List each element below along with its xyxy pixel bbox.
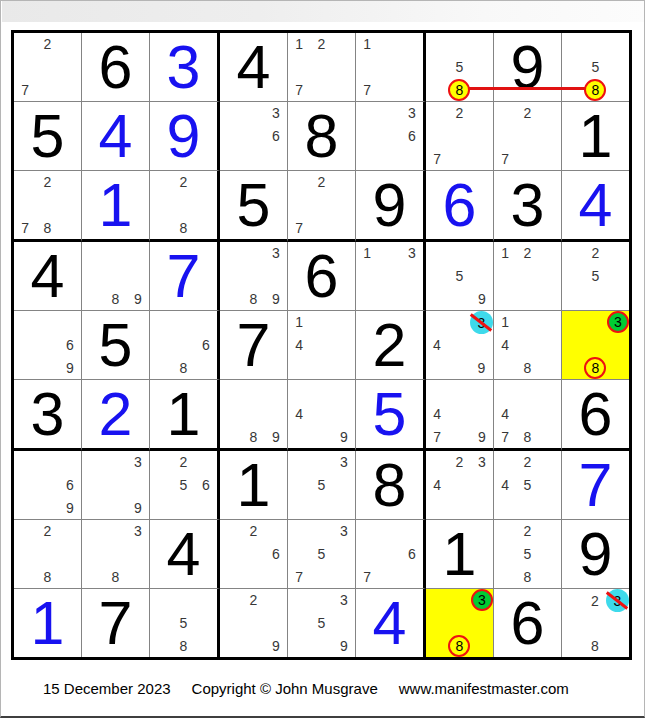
given-digit: 1 <box>579 106 613 167</box>
candidate-7: 7 <box>426 425 448 448</box>
cell-r3c4[interactable]: 5 <box>220 171 288 242</box>
candidate-8: 8 <box>242 287 264 310</box>
solved-digit: 9 <box>167 106 201 167</box>
candidate-3: 3 <box>265 102 287 125</box>
pencil-marks: 278 <box>14 171 81 239</box>
candidate-1: 1 <box>494 311 516 334</box>
candidate-9: 9 <box>333 425 355 448</box>
candidate-9: 9 <box>59 356 81 379</box>
candidate-3-cx: 3 <box>470 311 493 334</box>
candidate-4: 4 <box>426 403 448 426</box>
pencil-marks: 28 <box>150 171 217 239</box>
given-digit: 1 <box>443 524 477 585</box>
candidate-4: 4 <box>426 334 448 357</box>
candidate-5: 5 <box>516 474 538 497</box>
cell-r2c5[interactable]: 8 <box>288 102 356 171</box>
cell-r8c9[interactable]: 9 <box>562 520 629 589</box>
candidate-4: 4 <box>494 403 516 426</box>
cell-r7c4[interactable]: 1 <box>220 451 288 520</box>
cell-r3c9[interactable]: 4 <box>562 171 629 242</box>
pencil-marks: 27 <box>288 171 355 239</box>
cell-r3c5[interactable]: 27 <box>288 171 356 242</box>
footer: 15 December 2023 Copyright © John Musgra… <box>43 680 569 697</box>
cell-r6c2[interactable]: 2 <box>82 380 150 451</box>
cell-r8c3[interactable]: 4 <box>150 520 220 589</box>
given-digit: 3 <box>31 384 65 445</box>
cell-r6c4[interactable]: 89 <box>220 380 288 451</box>
pencil-marks: 14 <box>288 311 355 379</box>
candidate-3-gc: 3 <box>471 589 493 611</box>
cell-r4c1[interactable]: 4 <box>14 242 82 311</box>
candidate-3: 3 <box>333 520 355 543</box>
candidate-8-rc: 8 <box>448 635 470 657</box>
pencil-marks: 26 <box>220 520 287 588</box>
candidate-8: 8 <box>36 565 58 588</box>
cell-r2c7[interactable]: 27 <box>426 102 494 171</box>
candidate-8-rc: 8 <box>584 357 606 379</box>
footer-copyright: Copyright © John Musgrave <box>192 680 378 697</box>
cell-r5c2[interactable]: 5 <box>82 311 150 380</box>
given-digit: 5 <box>99 315 133 376</box>
cell-r9c1[interactable]: 1 <box>14 589 82 657</box>
candidate-8: 8 <box>104 287 126 310</box>
candidate-3-cx: 3 <box>606 589 629 612</box>
candidate-8: 8 <box>242 425 264 448</box>
candidate-4: 4 <box>494 474 516 497</box>
candidate-7: 7 <box>494 147 516 170</box>
candidate-6: 6 <box>401 543 423 566</box>
pencil-marks: 35 <box>288 451 355 519</box>
candidate-3: 3 <box>333 589 355 612</box>
cell-r5c1[interactable]: 69 <box>14 311 82 380</box>
candidate-9: 9 <box>59 496 81 519</box>
cell-r1c3[interactable]: 3 <box>150 33 220 102</box>
candidate-4: 4 <box>288 334 310 357</box>
candidate-9: 9 <box>127 496 149 519</box>
cell-r3c1[interactable]: 278 <box>14 171 82 242</box>
cell-r5c3[interactable]: 68 <box>150 311 220 380</box>
cell-r6c1[interactable]: 3 <box>14 380 82 451</box>
pencil-marks: 28 <box>14 520 81 588</box>
candidate-5: 5 <box>448 56 470 79</box>
given-digit: 3 <box>511 175 545 236</box>
cell-r5c4[interactable]: 7 <box>220 311 288 380</box>
candidate-9: 9 <box>265 425 287 448</box>
candidate-1: 1 <box>494 242 516 265</box>
cell-r4c2[interactable]: 89 <box>82 242 150 311</box>
cell-r1c7[interactable]: 58 <box>426 33 494 102</box>
given-digit: 4 <box>31 246 65 307</box>
cell-r6c7[interactable]: 479 <box>426 380 494 451</box>
candidate-7: 7 <box>288 216 310 239</box>
pencil-marks: 58 <box>150 589 217 657</box>
pencil-marks: 478 <box>494 380 561 448</box>
candidate-8: 8 <box>516 356 538 379</box>
given-digit: 8 <box>305 106 339 167</box>
candidate-5: 5 <box>448 265 470 288</box>
candidate-1: 1 <box>288 33 310 56</box>
cell-r7c1[interactable]: 69 <box>14 451 82 520</box>
candidate-2: 2 <box>584 589 606 612</box>
pencil-marks: 25 <box>562 242 629 310</box>
solved-digit: 7 <box>579 455 613 516</box>
pencil-marks: 38 <box>82 520 149 588</box>
cell-r9c9[interactable]: 238 <box>562 589 629 657</box>
candidate-8: 8 <box>516 565 538 588</box>
cell-r2c8[interactable]: 27 <box>494 102 562 171</box>
cell-r4c7[interactable]: 59 <box>426 242 494 311</box>
cell-r8c7[interactable]: 1 <box>426 520 494 589</box>
pencil-marks: 258 <box>494 520 561 588</box>
pencil-marks: 27 <box>14 33 81 101</box>
candidate-2: 2 <box>172 451 194 474</box>
cell-r2c4[interactable]: 36 <box>220 102 288 171</box>
cell-r1c5[interactable]: 127 <box>288 33 356 102</box>
candidate-2: 2 <box>242 589 264 612</box>
cell-r2c1[interactable]: 5 <box>14 102 82 171</box>
candidate-9: 9 <box>471 425 493 448</box>
cell-r3c3[interactable]: 28 <box>150 171 220 242</box>
pencil-marks: 245 <box>494 451 561 519</box>
cell-r1c4[interactable]: 4 <box>220 33 288 102</box>
pencil-marks: 234 <box>426 451 493 519</box>
cell-r7c2[interactable]: 39 <box>82 451 150 520</box>
cell-r7c6[interactable]: 8 <box>356 451 426 520</box>
candidate-3: 3 <box>127 451 149 474</box>
given-digit: 2 <box>373 315 407 376</box>
cell-r9c8[interactable]: 6 <box>494 589 562 657</box>
cell-r9c3[interactable]: 58 <box>150 589 220 657</box>
pencil-marks: 238 <box>562 589 629 657</box>
candidate-6: 6 <box>265 543 287 566</box>
pencil-marks: 359 <box>288 589 355 657</box>
candidate-3-gc: 3 <box>607 311 629 333</box>
given-digit: 4 <box>167 524 201 585</box>
sudoku-board: 2763412717589585493683627271278128527963… <box>11 30 632 660</box>
solved-digit: 6 <box>443 175 477 236</box>
cell-r4c8[interactable]: 12 <box>494 242 562 311</box>
candidate-9: 9 <box>265 287 287 310</box>
cell-r9c6[interactable]: 4 <box>356 589 426 657</box>
pencil-marks: 38 <box>562 311 629 379</box>
candidate-7: 7 <box>356 565 378 588</box>
candidate-3: 3 <box>401 242 423 265</box>
candidate-5: 5 <box>310 543 332 566</box>
cell-r1c1[interactable]: 27 <box>14 33 82 102</box>
given-digit: 6 <box>99 37 133 98</box>
pencil-marks: 58 <box>562 33 629 101</box>
candidate-3: 3 <box>265 242 287 265</box>
pencil-marks: 69 <box>14 451 81 519</box>
pencil-marks: 27 <box>426 102 493 170</box>
cell-r4c6[interactable]: 13 <box>356 242 426 311</box>
cell-r1c8[interactable]: 9 <box>494 33 562 102</box>
solved-digit: 4 <box>99 106 133 167</box>
candidate-6: 6 <box>59 474 81 497</box>
footer-website: www.manifestmaster.com <box>399 680 569 697</box>
pencil-marks: 357 <box>288 520 355 588</box>
page: { "game": "sudoku", "position": { "grid"… <box>0 0 650 720</box>
cell-r8c8[interactable]: 258 <box>494 520 562 589</box>
candidate-2: 2 <box>36 520 58 543</box>
cell-r8c6[interactable]: 67 <box>356 520 426 589</box>
candidate-5: 5 <box>172 474 194 497</box>
pencil-marks: 36 <box>220 102 287 170</box>
chain-link-line <box>459 87 596 90</box>
cell-r4c4[interactable]: 389 <box>220 242 288 311</box>
candidate-8: 8 <box>172 216 194 239</box>
candidate-4: 4 <box>288 403 310 426</box>
candidate-2: 2 <box>448 102 470 125</box>
candidate-8-yc: 8 <box>448 79 470 101</box>
pencil-marks: 127 <box>288 33 355 101</box>
cell-r8c1[interactable]: 28 <box>14 520 82 589</box>
pencil-marks: 13 <box>356 242 423 310</box>
candidate-8: 8 <box>172 356 194 379</box>
cell-r3c2[interactable]: 1 <box>82 171 150 242</box>
candidate-5: 5 <box>310 474 332 497</box>
cell-r6c8[interactable]: 478 <box>494 380 562 451</box>
pencil-marks: 49 <box>288 380 355 448</box>
candidate-7: 7 <box>14 216 36 239</box>
cell-r9c2[interactable]: 7 <box>82 589 150 657</box>
given-digit: 7 <box>237 315 271 376</box>
given-digit: 7 <box>99 593 133 654</box>
cell-r9c4[interactable]: 29 <box>220 589 288 657</box>
pencil-marks: 38 <box>426 589 493 657</box>
candidate-3: 3 <box>127 520 149 543</box>
candidate-2: 2 <box>36 33 58 56</box>
pencil-marks: 36 <box>356 102 423 170</box>
cell-r9c7[interactable]: 38 <box>426 589 494 657</box>
pencil-marks: 27 <box>494 102 561 170</box>
pencil-marks: 349 <box>426 311 493 379</box>
candidate-9: 9 <box>127 287 149 310</box>
cell-r6c3[interactable]: 1 <box>150 380 220 451</box>
candidate-5: 5 <box>516 543 538 566</box>
cell-r7c5[interactable]: 35 <box>288 451 356 520</box>
candidate-8: 8 <box>516 425 538 448</box>
cell-r7c7[interactable]: 234 <box>426 451 494 520</box>
pencil-marks: 68 <box>150 311 217 379</box>
candidate-8: 8 <box>584 635 606 658</box>
pencil-marks: 12 <box>494 242 561 310</box>
candidate-8: 8 <box>172 634 194 657</box>
cell-r5c8[interactable]: 148 <box>494 311 562 380</box>
candidate-5: 5 <box>584 56 606 79</box>
pencil-marks: 67 <box>356 520 423 588</box>
candidate-2: 2 <box>242 520 264 543</box>
solved-digit: 7 <box>167 246 201 307</box>
candidate-7: 7 <box>14 78 36 101</box>
cell-r4c3[interactable]: 7 <box>150 242 220 311</box>
pencil-marks: 17 <box>356 33 423 101</box>
candidate-4: 4 <box>494 334 516 357</box>
cell-r1c2[interactable]: 6 <box>82 33 150 102</box>
candidate-1: 1 <box>288 311 310 334</box>
cell-r4c9[interactable]: 25 <box>562 242 629 311</box>
pencil-marks: 58 <box>426 33 493 101</box>
pencil-marks: 389 <box>220 242 287 310</box>
candidate-9: 9 <box>265 634 287 657</box>
candidate-7: 7 <box>356 78 378 101</box>
cell-r2c3[interactable]: 9 <box>150 102 220 171</box>
cell-r4c5[interactable]: 6 <box>288 242 356 311</box>
given-digit: 1 <box>167 384 201 445</box>
candidate-2: 2 <box>516 451 538 474</box>
cell-r3c6[interactable]: 9 <box>356 171 426 242</box>
pencil-marks: 479 <box>426 380 493 448</box>
top-bar <box>2 1 644 22</box>
candidate-2: 2 <box>448 451 470 474</box>
pencil-marks: 39 <box>82 451 149 519</box>
solved-digit: 1 <box>99 175 133 236</box>
cell-r1c9[interactable]: 58 <box>562 33 629 102</box>
solved-digit: 5 <box>373 384 407 445</box>
given-digit: 1 <box>237 455 271 516</box>
solved-digit: 4 <box>373 593 407 654</box>
candidate-2: 2 <box>310 33 332 56</box>
pencil-marks: 69 <box>14 311 81 379</box>
candidate-2: 2 <box>310 171 332 194</box>
candidate-2: 2 <box>516 520 538 543</box>
cell-r5c6[interactable]: 2 <box>356 311 426 380</box>
cell-r3c7[interactable]: 6 <box>426 171 494 242</box>
candidate-7: 7 <box>426 147 448 170</box>
given-digit: 5 <box>237 175 271 236</box>
cell-r6c9[interactable]: 6 <box>562 380 629 451</box>
cell-r9c5[interactable]: 359 <box>288 589 356 657</box>
given-digit: 6 <box>305 246 339 307</box>
candidate-7: 7 <box>288 565 310 588</box>
candidate-9: 9 <box>471 287 493 310</box>
candidate-2: 2 <box>172 171 194 194</box>
cell-r1c6[interactable]: 17 <box>356 33 426 102</box>
cell-r7c3[interactable]: 256 <box>150 451 220 520</box>
candidate-5: 5 <box>584 265 606 288</box>
candidate-6: 6 <box>265 125 287 148</box>
candidate-2: 2 <box>516 242 538 265</box>
cell-r7c9[interactable]: 7 <box>562 451 629 520</box>
given-digit: 6 <box>511 593 545 654</box>
cell-r5c5[interactable]: 14 <box>288 311 356 380</box>
cell-r5c9[interactable]: 38 <box>562 311 629 380</box>
candidate-8-yc: 8 <box>584 79 606 101</box>
candidate-8: 8 <box>104 565 126 588</box>
candidate-6: 6 <box>195 334 217 357</box>
pencil-marks: 89 <box>82 242 149 310</box>
pencil-marks: 148 <box>494 311 561 379</box>
cell-r3c8[interactable]: 3 <box>494 171 562 242</box>
candidate-1: 1 <box>356 33 378 56</box>
solved-digit: 2 <box>99 384 133 445</box>
candidate-6: 6 <box>401 125 423 148</box>
given-digit: 8 <box>373 455 407 516</box>
cell-r2c2[interactable]: 4 <box>82 102 150 171</box>
pencil-marks: 256 <box>150 451 217 519</box>
candidate-7: 7 <box>494 425 516 448</box>
given-digit: 9 <box>373 175 407 236</box>
pencil-marks: 89 <box>220 380 287 448</box>
given-digit: 4 <box>237 37 271 98</box>
candidate-2: 2 <box>36 171 58 194</box>
candidate-9: 9 <box>333 634 355 657</box>
candidate-3: 3 <box>333 451 355 474</box>
candidate-7: 7 <box>288 78 310 101</box>
candidate-3: 3 <box>401 102 423 125</box>
cell-r7c8[interactable]: 245 <box>494 451 562 520</box>
cell-r6c6[interactable]: 5 <box>356 380 426 451</box>
cell-r8c4[interactable]: 26 <box>220 520 288 589</box>
cell-r2c9[interactable]: 1 <box>562 102 629 171</box>
candidate-3: 3 <box>471 451 493 474</box>
candidate-5: 5 <box>172 612 194 635</box>
pencil-marks: 29 <box>220 589 287 657</box>
candidate-8: 8 <box>36 216 58 239</box>
cell-r8c2[interactable]: 38 <box>82 520 150 589</box>
candidate-2: 2 <box>584 242 606 265</box>
candidate-9: 9 <box>470 357 493 380</box>
cell-r2c6[interactable]: 36 <box>356 102 426 171</box>
given-digit: 9 <box>579 524 613 585</box>
given-digit: 6 <box>579 384 613 445</box>
cell-r8c5[interactable]: 357 <box>288 520 356 589</box>
candidate-4: 4 <box>426 474 448 497</box>
candidate-2: 2 <box>516 102 538 125</box>
cell-r6c5[interactable]: 49 <box>288 380 356 451</box>
candidate-1: 1 <box>356 242 378 265</box>
pencil-marks: 59 <box>426 242 493 310</box>
candidate-6: 6 <box>59 334 81 357</box>
given-digit: 5 <box>31 106 65 167</box>
solved-digit: 1 <box>31 593 65 654</box>
solved-digit: 3 <box>167 37 201 98</box>
candidate-6: 6 <box>195 474 217 497</box>
solved-digit: 4 <box>579 175 613 236</box>
candidate-5: 5 <box>310 612 332 635</box>
footer-date: 15 December 2023 <box>43 680 171 697</box>
cell-r5c7[interactable]: 349 <box>426 311 494 380</box>
